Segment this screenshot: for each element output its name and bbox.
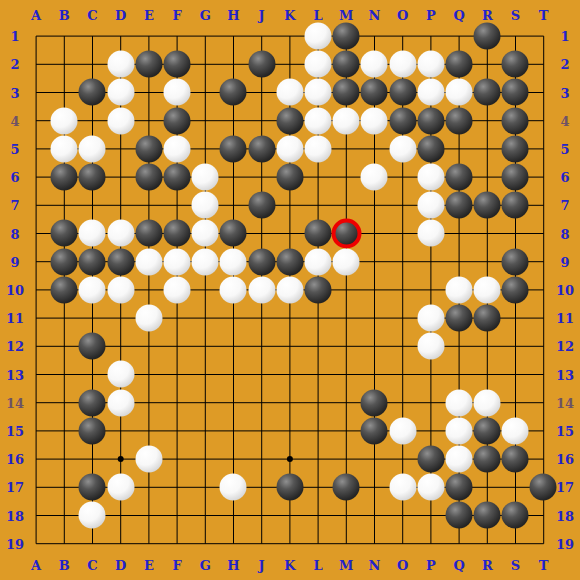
point-K15[interactable] (276, 417, 304, 445)
point-J4[interactable] (248, 107, 276, 135)
point-A19[interactable] (22, 529, 50, 557)
point-F15[interactable] (163, 417, 191, 445)
point-L19[interactable] (304, 529, 332, 557)
point-H15[interactable] (219, 417, 247, 445)
point-K8[interactable] (276, 219, 304, 247)
point-D14[interactable] (107, 388, 135, 416)
point-D1[interactable] (107, 22, 135, 50)
point-E17[interactable] (135, 473, 163, 501)
point-N19[interactable] (360, 529, 388, 557)
point-P1[interactable] (417, 22, 445, 50)
point-H8[interactable] (219, 219, 247, 247)
point-K12[interactable] (276, 332, 304, 360)
point-T3[interactable] (529, 78, 557, 106)
point-L2[interactable] (304, 50, 332, 78)
point-O7[interactable] (388, 191, 416, 219)
point-C2[interactable] (78, 50, 106, 78)
point-N10[interactable] (360, 276, 388, 304)
point-K10[interactable] (276, 276, 304, 304)
point-C4[interactable] (78, 107, 106, 135)
point-B8[interactable] (50, 219, 78, 247)
point-R7[interactable] (473, 191, 501, 219)
point-H7[interactable] (219, 191, 247, 219)
point-H5[interactable] (219, 135, 247, 163)
point-N8[interactable] (360, 219, 388, 247)
point-C19[interactable] (78, 529, 106, 557)
point-E15[interactable] (135, 417, 163, 445)
point-B16[interactable] (50, 445, 78, 473)
point-S12[interactable] (501, 332, 529, 360)
point-R18[interactable] (473, 501, 501, 529)
point-M18[interactable] (332, 501, 360, 529)
point-R2[interactable] (473, 50, 501, 78)
point-O11[interactable] (388, 304, 416, 332)
point-B11[interactable] (50, 304, 78, 332)
point-O9[interactable] (388, 248, 416, 276)
point-A4[interactable] (22, 107, 50, 135)
point-A2[interactable] (22, 50, 50, 78)
point-N2[interactable] (360, 50, 388, 78)
point-O12[interactable] (388, 332, 416, 360)
point-M19[interactable] (332, 529, 360, 557)
point-C6[interactable] (78, 163, 106, 191)
point-G10[interactable] (191, 276, 219, 304)
point-H1[interactable] (219, 22, 247, 50)
point-Q6[interactable] (445, 163, 473, 191)
point-R1[interactable] (473, 22, 501, 50)
point-R3[interactable] (473, 78, 501, 106)
point-A10[interactable] (22, 276, 50, 304)
point-E11[interactable] (135, 304, 163, 332)
point-P8[interactable] (417, 219, 445, 247)
point-G6[interactable] (191, 163, 219, 191)
point-L3[interactable] (304, 78, 332, 106)
point-R9[interactable] (473, 248, 501, 276)
point-Q4[interactable] (445, 107, 473, 135)
point-A17[interactable] (22, 473, 50, 501)
point-F18[interactable] (163, 501, 191, 529)
point-O13[interactable] (388, 360, 416, 388)
point-A6[interactable] (22, 163, 50, 191)
point-P7[interactable] (417, 191, 445, 219)
point-N12[interactable] (360, 332, 388, 360)
point-K18[interactable] (276, 501, 304, 529)
point-L16[interactable] (304, 445, 332, 473)
point-B10[interactable] (50, 276, 78, 304)
point-M7[interactable] (332, 191, 360, 219)
point-C3[interactable] (78, 78, 106, 106)
point-B3[interactable] (50, 78, 78, 106)
point-P13[interactable] (417, 360, 445, 388)
point-S10[interactable] (501, 276, 529, 304)
point-K16[interactable] (276, 445, 304, 473)
point-A3[interactable] (22, 78, 50, 106)
point-M11[interactable] (332, 304, 360, 332)
point-C16[interactable] (78, 445, 106, 473)
point-T15[interactable] (529, 417, 557, 445)
point-L13[interactable] (304, 360, 332, 388)
point-B7[interactable] (50, 191, 78, 219)
point-E3[interactable] (135, 78, 163, 106)
point-L5[interactable] (304, 135, 332, 163)
point-O6[interactable] (388, 163, 416, 191)
point-P6[interactable] (417, 163, 445, 191)
point-O17[interactable] (388, 473, 416, 501)
point-T8[interactable] (529, 219, 557, 247)
point-Q19[interactable] (445, 529, 473, 557)
point-O14[interactable] (388, 388, 416, 416)
point-C17[interactable] (78, 473, 106, 501)
point-C1[interactable] (78, 22, 106, 50)
point-H11[interactable] (219, 304, 247, 332)
point-E18[interactable] (135, 501, 163, 529)
point-O10[interactable] (388, 276, 416, 304)
point-G8[interactable] (191, 219, 219, 247)
point-S18[interactable] (501, 501, 529, 529)
point-P14[interactable] (417, 388, 445, 416)
point-J17[interactable] (248, 473, 276, 501)
point-N1[interactable] (360, 22, 388, 50)
point-L9[interactable] (304, 248, 332, 276)
point-L4[interactable] (304, 107, 332, 135)
point-J19[interactable] (248, 529, 276, 557)
point-H13[interactable] (219, 360, 247, 388)
point-Q3[interactable] (445, 78, 473, 106)
point-S3[interactable] (501, 78, 529, 106)
point-T17[interactable] (529, 473, 557, 501)
point-L7[interactable] (304, 191, 332, 219)
point-G12[interactable] (191, 332, 219, 360)
point-C15[interactable] (78, 417, 106, 445)
point-O18[interactable] (388, 501, 416, 529)
point-B13[interactable] (50, 360, 78, 388)
point-G7[interactable] (191, 191, 219, 219)
point-J18[interactable] (248, 501, 276, 529)
point-P16[interactable] (417, 445, 445, 473)
point-N14[interactable] (360, 388, 388, 416)
point-T19[interactable] (529, 529, 557, 557)
point-R17[interactable] (473, 473, 501, 501)
point-F19[interactable] (163, 529, 191, 557)
point-C13[interactable] (78, 360, 106, 388)
point-J13[interactable] (248, 360, 276, 388)
point-L8[interactable] (304, 219, 332, 247)
point-A5[interactable] (22, 135, 50, 163)
point-D15[interactable] (107, 417, 135, 445)
point-A13[interactable] (22, 360, 50, 388)
point-K2[interactable] (276, 50, 304, 78)
point-T4[interactable] (529, 107, 557, 135)
point-J9[interactable] (248, 248, 276, 276)
point-K1[interactable] (276, 22, 304, 50)
point-M15[interactable] (332, 417, 360, 445)
point-S2[interactable] (501, 50, 529, 78)
point-T12[interactable] (529, 332, 557, 360)
point-B2[interactable] (50, 50, 78, 78)
point-J11[interactable] (248, 304, 276, 332)
point-L15[interactable] (304, 417, 332, 445)
point-N16[interactable] (360, 445, 388, 473)
point-C5[interactable] (78, 135, 106, 163)
point-E19[interactable] (135, 529, 163, 557)
point-J14[interactable] (248, 388, 276, 416)
point-S15[interactable] (501, 417, 529, 445)
point-R14[interactable] (473, 388, 501, 416)
point-O2[interactable] (388, 50, 416, 78)
point-T6[interactable] (529, 163, 557, 191)
point-H2[interactable] (219, 50, 247, 78)
point-P2[interactable] (417, 50, 445, 78)
point-Q8[interactable] (445, 219, 473, 247)
point-Q10[interactable] (445, 276, 473, 304)
point-S4[interactable] (501, 107, 529, 135)
point-S13[interactable] (501, 360, 529, 388)
point-R16[interactable] (473, 445, 501, 473)
point-T13[interactable] (529, 360, 557, 388)
point-G18[interactable] (191, 501, 219, 529)
point-D11[interactable] (107, 304, 135, 332)
point-N15[interactable] (360, 417, 388, 445)
point-E6[interactable] (135, 163, 163, 191)
point-R11[interactable] (473, 304, 501, 332)
point-N9[interactable] (360, 248, 388, 276)
point-P12[interactable] (417, 332, 445, 360)
point-D3[interactable] (107, 78, 135, 106)
point-T2[interactable] (529, 50, 557, 78)
point-C11[interactable] (78, 304, 106, 332)
point-M13[interactable] (332, 360, 360, 388)
point-G19[interactable] (191, 529, 219, 557)
point-P4[interactable] (417, 107, 445, 135)
point-P9[interactable] (417, 248, 445, 276)
point-N11[interactable] (360, 304, 388, 332)
point-K17[interactable] (276, 473, 304, 501)
point-G9[interactable] (191, 248, 219, 276)
point-G15[interactable] (191, 417, 219, 445)
point-Q12[interactable] (445, 332, 473, 360)
point-L11[interactable] (304, 304, 332, 332)
point-F14[interactable] (163, 388, 191, 416)
point-S6[interactable] (501, 163, 529, 191)
point-Q1[interactable] (445, 22, 473, 50)
point-N5[interactable] (360, 135, 388, 163)
point-E13[interactable] (135, 360, 163, 388)
point-E7[interactable] (135, 191, 163, 219)
point-L1[interactable] (304, 22, 332, 50)
point-S7[interactable] (501, 191, 529, 219)
point-M3[interactable] (332, 78, 360, 106)
point-D2[interactable] (107, 50, 135, 78)
point-C10[interactable] (78, 276, 106, 304)
point-Q9[interactable] (445, 248, 473, 276)
point-N4[interactable] (360, 107, 388, 135)
point-N18[interactable] (360, 501, 388, 529)
point-K5[interactable] (276, 135, 304, 163)
point-M14[interactable] (332, 388, 360, 416)
point-J3[interactable] (248, 78, 276, 106)
point-Q17[interactable] (445, 473, 473, 501)
point-E16[interactable] (135, 445, 163, 473)
point-A14[interactable] (22, 388, 50, 416)
point-M4[interactable] (332, 107, 360, 135)
point-D12[interactable] (107, 332, 135, 360)
point-Q11[interactable] (445, 304, 473, 332)
point-O19[interactable] (388, 529, 416, 557)
point-R15[interactable] (473, 417, 501, 445)
point-H9[interactable] (219, 248, 247, 276)
point-C18[interactable] (78, 501, 106, 529)
point-Q7[interactable] (445, 191, 473, 219)
point-D5[interactable] (107, 135, 135, 163)
point-F1[interactable] (163, 22, 191, 50)
point-B17[interactable] (50, 473, 78, 501)
point-T5[interactable] (529, 135, 557, 163)
point-F6[interactable] (163, 163, 191, 191)
point-M8[interactable] (332, 219, 360, 247)
point-N7[interactable] (360, 191, 388, 219)
point-K4[interactable] (276, 107, 304, 135)
point-F9[interactable] (163, 248, 191, 276)
point-O8[interactable] (388, 219, 416, 247)
point-D18[interactable] (107, 501, 135, 529)
point-H3[interactable] (219, 78, 247, 106)
point-E2[interactable] (135, 50, 163, 78)
point-M17[interactable] (332, 473, 360, 501)
point-H10[interactable] (219, 276, 247, 304)
point-E8[interactable] (135, 219, 163, 247)
point-B14[interactable] (50, 388, 78, 416)
point-D9[interactable] (107, 248, 135, 276)
point-L18[interactable] (304, 501, 332, 529)
point-F16[interactable] (163, 445, 191, 473)
point-Q5[interactable] (445, 135, 473, 163)
point-H14[interactable] (219, 388, 247, 416)
point-H12[interactable] (219, 332, 247, 360)
point-T18[interactable] (529, 501, 557, 529)
point-T11[interactable] (529, 304, 557, 332)
point-H4[interactable] (219, 107, 247, 135)
point-R8[interactable] (473, 219, 501, 247)
point-S11[interactable] (501, 304, 529, 332)
point-M2[interactable] (332, 50, 360, 78)
point-J2[interactable] (248, 50, 276, 78)
point-K14[interactable] (276, 388, 304, 416)
point-J15[interactable] (248, 417, 276, 445)
point-T1[interactable] (529, 22, 557, 50)
point-S5[interactable] (501, 135, 529, 163)
point-L17[interactable] (304, 473, 332, 501)
point-K6[interactable] (276, 163, 304, 191)
point-O3[interactable] (388, 78, 416, 106)
point-S8[interactable] (501, 219, 529, 247)
point-Q16[interactable] (445, 445, 473, 473)
point-O5[interactable] (388, 135, 416, 163)
point-F7[interactable] (163, 191, 191, 219)
point-K9[interactable] (276, 248, 304, 276)
point-O1[interactable] (388, 22, 416, 50)
point-E12[interactable] (135, 332, 163, 360)
point-C8[interactable] (78, 219, 106, 247)
point-B18[interactable] (50, 501, 78, 529)
point-M9[interactable] (332, 248, 360, 276)
point-P18[interactable] (417, 501, 445, 529)
point-L14[interactable] (304, 388, 332, 416)
point-J5[interactable] (248, 135, 276, 163)
point-K11[interactable] (276, 304, 304, 332)
point-T16[interactable] (529, 445, 557, 473)
point-R5[interactable] (473, 135, 501, 163)
point-E14[interactable] (135, 388, 163, 416)
point-T14[interactable] (529, 388, 557, 416)
point-F3[interactable] (163, 78, 191, 106)
point-F5[interactable] (163, 135, 191, 163)
point-Q15[interactable] (445, 417, 473, 445)
point-S17[interactable] (501, 473, 529, 501)
point-G16[interactable] (191, 445, 219, 473)
point-R12[interactable] (473, 332, 501, 360)
point-P19[interactable] (417, 529, 445, 557)
point-O4[interactable] (388, 107, 416, 135)
point-H16[interactable] (219, 445, 247, 473)
point-R19[interactable] (473, 529, 501, 557)
point-P5[interactable] (417, 135, 445, 163)
point-R13[interactable] (473, 360, 501, 388)
point-G13[interactable] (191, 360, 219, 388)
point-A7[interactable] (22, 191, 50, 219)
point-Q14[interactable] (445, 388, 473, 416)
point-B6[interactable] (50, 163, 78, 191)
point-D7[interactable] (107, 191, 135, 219)
point-K3[interactable] (276, 78, 304, 106)
point-M5[interactable] (332, 135, 360, 163)
point-M1[interactable] (332, 22, 360, 50)
point-B12[interactable] (50, 332, 78, 360)
point-A15[interactable] (22, 417, 50, 445)
point-C9[interactable] (78, 248, 106, 276)
point-H19[interactable] (219, 529, 247, 557)
point-N13[interactable] (360, 360, 388, 388)
point-B5[interactable] (50, 135, 78, 163)
point-B19[interactable] (50, 529, 78, 557)
point-P17[interactable] (417, 473, 445, 501)
point-P3[interactable] (417, 78, 445, 106)
point-T9[interactable] (529, 248, 557, 276)
point-K13[interactable] (276, 360, 304, 388)
point-J6[interactable] (248, 163, 276, 191)
point-J1[interactable] (248, 22, 276, 50)
point-B15[interactable] (50, 417, 78, 445)
point-D19[interactable] (107, 529, 135, 557)
point-D4[interactable] (107, 107, 135, 135)
point-Q18[interactable] (445, 501, 473, 529)
point-N3[interactable] (360, 78, 388, 106)
point-E9[interactable] (135, 248, 163, 276)
point-F4[interactable] (163, 107, 191, 135)
point-A11[interactable] (22, 304, 50, 332)
point-S9[interactable] (501, 248, 529, 276)
point-T10[interactable] (529, 276, 557, 304)
point-T7[interactable] (529, 191, 557, 219)
point-A18[interactable] (22, 501, 50, 529)
point-P10[interactable] (417, 276, 445, 304)
point-L12[interactable] (304, 332, 332, 360)
point-E4[interactable] (135, 107, 163, 135)
point-D13[interactable] (107, 360, 135, 388)
point-C14[interactable] (78, 388, 106, 416)
point-G1[interactable] (191, 22, 219, 50)
point-A1[interactable] (22, 22, 50, 50)
point-J8[interactable] (248, 219, 276, 247)
